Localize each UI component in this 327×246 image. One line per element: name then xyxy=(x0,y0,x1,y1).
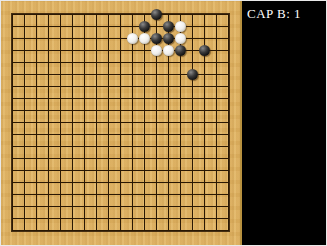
black-stone[interactable] xyxy=(199,45,210,56)
black-stone[interactable] xyxy=(163,33,174,44)
black-stone[interactable] xyxy=(151,33,162,44)
capture-panel: CAP B: 1 xyxy=(242,1,326,245)
white-stone[interactable] xyxy=(127,33,138,44)
black-stone[interactable] xyxy=(163,21,174,32)
black-stone[interactable] xyxy=(151,9,162,20)
black-stone[interactable] xyxy=(187,69,198,80)
white-stone[interactable] xyxy=(139,33,150,44)
go-board[interactable] xyxy=(1,1,242,245)
white-stone[interactable] xyxy=(151,45,162,56)
white-stone[interactable] xyxy=(175,33,186,44)
white-stone[interactable] xyxy=(163,45,174,56)
black-stone[interactable] xyxy=(175,45,186,56)
capture-count-label: CAP B: 1 xyxy=(242,1,326,22)
game-window: CAP B: 1 xyxy=(0,0,327,246)
stones-layer xyxy=(1,1,242,245)
white-stone[interactable] xyxy=(175,21,186,32)
black-stone[interactable] xyxy=(139,21,150,32)
